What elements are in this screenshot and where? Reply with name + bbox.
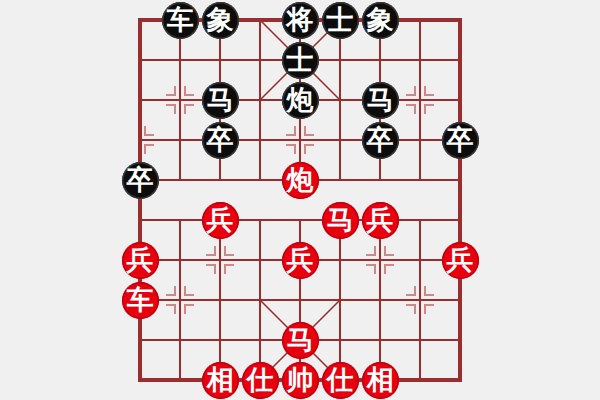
piece-black-horse[interactable]: 马 <box>202 82 239 119</box>
piece-black-chariot[interactable]: 车 <box>162 2 199 39</box>
piece-red-general[interactable]: 帅 <box>282 362 319 399</box>
piece-red-elephant[interactable]: 相 <box>202 362 239 399</box>
piece-red-soldier[interactable]: 兵 <box>122 242 159 279</box>
piece-red-chariot[interactable]: 车 <box>122 282 159 319</box>
piece-black-advisor[interactable]: 士 <box>322 2 359 39</box>
piece-black-horse[interactable]: 马 <box>362 82 399 119</box>
piece-black-soldier[interactable]: 卒 <box>442 122 479 159</box>
piece-black-elephant[interactable]: 象 <box>202 2 239 39</box>
piece-black-cannon[interactable]: 炮 <box>282 82 319 119</box>
pieces-layer: 车象将士象士马炮马卒卒卒卒炮兵马兵兵兵兵车马相仕帅仕相 <box>0 0 600 400</box>
piece-black-elephant[interactable]: 象 <box>362 2 399 39</box>
piece-black-general[interactable]: 将 <box>282 2 319 39</box>
piece-red-soldier[interactable]: 兵 <box>362 202 399 239</box>
piece-red-soldier[interactable]: 兵 <box>202 202 239 239</box>
xiangqi-app-background: 车象将士象士马炮马卒卒卒卒炮兵马兵兵兵兵车马相仕帅仕相 <box>0 0 600 400</box>
piece-red-soldier[interactable]: 兵 <box>282 242 319 279</box>
piece-black-soldier[interactable]: 卒 <box>202 122 239 159</box>
piece-black-soldier[interactable]: 卒 <box>362 122 399 159</box>
piece-red-elephant[interactable]: 相 <box>362 362 399 399</box>
piece-black-advisor[interactable]: 士 <box>282 42 319 79</box>
piece-red-horse[interactable]: 马 <box>322 202 359 239</box>
piece-red-soldier[interactable]: 兵 <box>442 242 479 279</box>
piece-black-soldier[interactable]: 卒 <box>122 162 159 199</box>
piece-red-advisor[interactable]: 仕 <box>322 362 359 399</box>
piece-red-cannon[interactable]: 炮 <box>282 162 319 199</box>
piece-red-horse[interactable]: 马 <box>282 322 319 359</box>
piece-red-advisor[interactable]: 仕 <box>242 362 279 399</box>
